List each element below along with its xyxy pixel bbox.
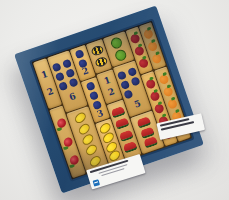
number-label: 1 xyxy=(103,76,112,87)
orange-icon xyxy=(158,73,169,84)
dot-icon xyxy=(55,71,65,81)
number-label: 2 xyxy=(107,87,116,98)
dot-icon xyxy=(127,67,137,77)
number-label: 5 xyxy=(133,99,142,110)
number-label: 2 xyxy=(81,66,90,77)
orange-icon xyxy=(167,99,178,110)
box-tray: 12623125 xyxy=(32,21,192,180)
apple-red-icon xyxy=(138,57,149,68)
apple-green-icon xyxy=(110,36,124,50)
dot-group xyxy=(74,49,87,69)
number-label: 6 xyxy=(68,92,77,103)
melon-icon xyxy=(119,129,134,142)
brand-logo xyxy=(93,179,100,186)
number-label: 3 xyxy=(96,108,105,119)
orange-icon xyxy=(147,40,158,51)
game-box: 12623125 xyxy=(14,6,204,194)
dot-icon xyxy=(65,68,75,78)
melon-icon xyxy=(114,117,129,130)
apple-red-icon xyxy=(134,45,145,56)
melon-icon xyxy=(123,141,138,154)
apple-red-icon xyxy=(149,91,160,102)
dot-icon xyxy=(130,76,140,86)
apple-red-icon xyxy=(129,33,140,44)
rose-icon xyxy=(62,136,73,147)
dot-icon xyxy=(85,81,95,91)
melon-icon xyxy=(110,105,125,118)
photo-scene: 12623125 xyxy=(0,0,229,200)
orange-icon xyxy=(143,28,154,39)
dot-icon xyxy=(68,77,78,87)
dot-icon xyxy=(62,58,72,68)
apple-red-icon xyxy=(154,103,165,114)
rose-icon xyxy=(68,154,79,165)
dot-icon xyxy=(89,90,99,100)
apple-green-icon xyxy=(114,48,128,62)
orange-icon xyxy=(162,86,173,97)
bee-icon xyxy=(90,45,104,57)
apple-red-icon xyxy=(145,78,156,89)
rose-icon xyxy=(56,118,67,129)
dot-icon xyxy=(123,89,133,99)
orange-icon xyxy=(151,53,162,64)
dot-icon xyxy=(51,62,61,72)
number-label: 1 xyxy=(40,70,49,81)
bee-icon xyxy=(94,56,108,68)
melon-icon xyxy=(143,136,158,149)
dot-icon xyxy=(120,80,130,90)
dot-icon xyxy=(74,49,84,59)
dot-icon xyxy=(58,81,68,91)
number-label: 2 xyxy=(46,87,55,98)
dot-icon xyxy=(117,70,127,80)
